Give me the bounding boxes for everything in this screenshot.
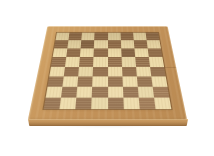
square-d5[interactable]: [93, 57, 107, 66]
square-h6[interactable]: [148, 49, 163, 58]
square-f6[interactable]: [121, 49, 135, 58]
square-f1[interactable]: [123, 98, 139, 110]
square-d2[interactable]: [92, 87, 107, 98]
square-d6[interactable]: [94, 49, 108, 58]
square-d7[interactable]: [94, 40, 107, 48]
square-b5[interactable]: [65, 57, 80, 66]
square-h4[interactable]: [150, 67, 166, 77]
square-a6[interactable]: [53, 49, 68, 58]
square-c8[interactable]: [81, 33, 94, 41]
square-b7[interactable]: [67, 40, 81, 48]
square-g5[interactable]: [135, 57, 150, 66]
square-h1[interactable]: [154, 98, 171, 110]
square-c5[interactable]: [79, 57, 94, 66]
square-b6[interactable]: [66, 49, 80, 58]
board-frame: [28, 26, 187, 119]
square-h3[interactable]: [151, 76, 167, 86]
square-b4[interactable]: [64, 67, 79, 77]
square-f5[interactable]: [121, 57, 136, 66]
square-g2[interactable]: [137, 87, 153, 98]
square-f8[interactable]: [120, 33, 133, 41]
square-b3[interactable]: [63, 76, 79, 86]
square-d8[interactable]: [94, 33, 107, 41]
square-f3[interactable]: [122, 76, 137, 86]
square-h5[interactable]: [149, 57, 164, 66]
square-b8[interactable]: [68, 33, 82, 41]
board-grid: [44, 33, 172, 110]
square-a1[interactable]: [44, 98, 61, 110]
square-a3[interactable]: [48, 76, 64, 86]
square-d4[interactable]: [93, 67, 108, 77]
square-f7[interactable]: [121, 40, 135, 48]
square-f2[interactable]: [122, 87, 138, 98]
square-h7[interactable]: [147, 40, 161, 48]
square-c3[interactable]: [78, 76, 93, 86]
square-g6[interactable]: [134, 49, 148, 58]
square-a5[interactable]: [51, 57, 66, 66]
square-e5[interactable]: [108, 57, 122, 66]
square-e1[interactable]: [108, 98, 124, 110]
square-c4[interactable]: [78, 67, 93, 77]
square-g4[interactable]: [136, 67, 151, 77]
square-c6[interactable]: [80, 49, 94, 58]
square-e2[interactable]: [108, 87, 123, 98]
square-a8[interactable]: [55, 33, 69, 41]
square-e3[interactable]: [108, 76, 123, 86]
hinge-seam-line: [164, 67, 176, 68]
square-e4[interactable]: [108, 67, 123, 77]
square-c7[interactable]: [81, 40, 95, 48]
square-f4[interactable]: [122, 67, 137, 77]
square-g8[interactable]: [133, 33, 147, 41]
board-photo-scene: [0, 0, 214, 156]
square-d3[interactable]: [93, 76, 108, 86]
chess-board: [28, 26, 187, 119]
square-h8[interactable]: [145, 33, 159, 41]
square-c2[interactable]: [77, 87, 93, 98]
square-g7[interactable]: [134, 40, 148, 48]
square-a7[interactable]: [54, 40, 68, 48]
square-h2[interactable]: [152, 87, 169, 98]
board-side-edge: [28, 119, 188, 126]
square-g1[interactable]: [138, 98, 155, 110]
square-d1[interactable]: [92, 98, 108, 110]
square-c1[interactable]: [76, 98, 92, 110]
square-g3[interactable]: [137, 76, 153, 86]
square-b2[interactable]: [61, 87, 77, 98]
square-e8[interactable]: [108, 33, 121, 41]
square-b1[interactable]: [60, 98, 77, 110]
square-e6[interactable]: [108, 49, 122, 58]
square-e7[interactable]: [108, 40, 121, 48]
square-a4[interactable]: [49, 67, 65, 77]
square-a2[interactable]: [46, 87, 63, 98]
